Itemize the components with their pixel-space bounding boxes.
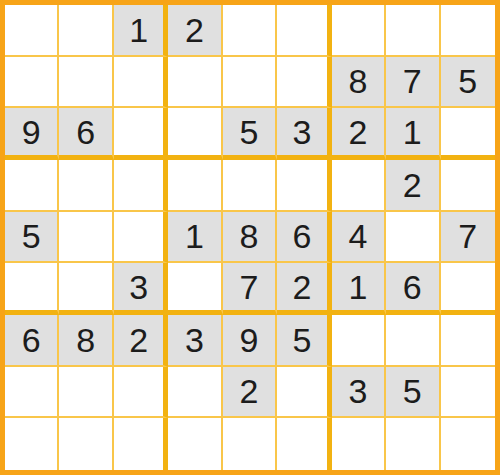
cell-r4c9[interactable] bbox=[441, 160, 495, 212]
cell-r9c2[interactable] bbox=[59, 418, 113, 470]
cell-r8c1[interactable] bbox=[5, 367, 59, 419]
cell-r2c8[interactable]: 7 bbox=[386, 57, 440, 109]
cell-r7c7[interactable] bbox=[332, 315, 386, 367]
cell-r3c6[interactable]: 3 bbox=[277, 108, 331, 160]
cell-r5c7[interactable]: 4 bbox=[332, 212, 386, 264]
cell-r1c5[interactable] bbox=[223, 5, 277, 57]
cell-r4c5[interactable] bbox=[223, 160, 277, 212]
cell-r6c9[interactable] bbox=[441, 263, 495, 315]
cell-r6c2[interactable] bbox=[59, 263, 113, 315]
cell-r4c1[interactable] bbox=[5, 160, 59, 212]
cell-r3c1[interactable]: 9 bbox=[5, 108, 59, 160]
cell-r8c6[interactable] bbox=[277, 367, 331, 419]
cell-r8c8[interactable]: 5 bbox=[386, 367, 440, 419]
cell-r5c9[interactable]: 7 bbox=[441, 212, 495, 264]
cell-r9c5[interactable] bbox=[223, 418, 277, 470]
cell-r2c9[interactable]: 5 bbox=[441, 57, 495, 109]
cell-r5c1[interactable]: 5 bbox=[5, 212, 59, 264]
cell-r9c6[interactable] bbox=[277, 418, 331, 470]
cell-r3c3[interactable] bbox=[114, 108, 168, 160]
cell-r9c8[interactable] bbox=[386, 418, 440, 470]
cell-r3c9[interactable] bbox=[441, 108, 495, 160]
cell-r3c7[interactable]: 2 bbox=[332, 108, 386, 160]
cell-r9c4[interactable] bbox=[168, 418, 222, 470]
cell-r1c9[interactable] bbox=[441, 5, 495, 57]
cell-r5c6[interactable]: 6 bbox=[277, 212, 331, 264]
cell-r7c9[interactable] bbox=[441, 315, 495, 367]
cell-r8c9[interactable] bbox=[441, 367, 495, 419]
cell-r2c3[interactable] bbox=[114, 57, 168, 109]
cell-r3c8[interactable]: 1 bbox=[386, 108, 440, 160]
cell-r7c5[interactable]: 9 bbox=[223, 315, 277, 367]
cell-r2c2[interactable] bbox=[59, 57, 113, 109]
cell-r1c3[interactable]: 1 bbox=[114, 5, 168, 57]
cell-r4c8[interactable]: 2 bbox=[386, 160, 440, 212]
cell-r4c6[interactable] bbox=[277, 160, 331, 212]
cell-r2c5[interactable] bbox=[223, 57, 277, 109]
cell-r2c4[interactable] bbox=[168, 57, 222, 109]
cell-r9c1[interactable] bbox=[5, 418, 59, 470]
cell-r8c4[interactable] bbox=[168, 367, 222, 419]
cell-r6c8[interactable]: 6 bbox=[386, 263, 440, 315]
cell-r5c5[interactable]: 8 bbox=[223, 212, 277, 264]
cell-r8c3[interactable] bbox=[114, 367, 168, 419]
sudoku-board: 12875965321251864737216682395235 bbox=[0, 0, 500, 475]
cell-r6c4[interactable] bbox=[168, 263, 222, 315]
cell-r3c5[interactable]: 5 bbox=[223, 108, 277, 160]
cell-r1c7[interactable] bbox=[332, 5, 386, 57]
cell-r7c1[interactable]: 6 bbox=[5, 315, 59, 367]
cell-r7c2[interactable]: 8 bbox=[59, 315, 113, 367]
cell-r1c4[interactable]: 2 bbox=[168, 5, 222, 57]
cell-r5c3[interactable] bbox=[114, 212, 168, 264]
cell-r5c2[interactable] bbox=[59, 212, 113, 264]
cell-r7c6[interactable]: 5 bbox=[277, 315, 331, 367]
cell-r1c6[interactable] bbox=[277, 5, 331, 57]
cell-r1c8[interactable] bbox=[386, 5, 440, 57]
cell-r1c2[interactable] bbox=[59, 5, 113, 57]
cell-r4c4[interactable] bbox=[168, 160, 222, 212]
cell-r5c4[interactable]: 1 bbox=[168, 212, 222, 264]
cell-r2c6[interactable] bbox=[277, 57, 331, 109]
cell-r1c1[interactable] bbox=[5, 5, 59, 57]
cell-r5c8[interactable] bbox=[386, 212, 440, 264]
cell-r8c7[interactable]: 3 bbox=[332, 367, 386, 419]
cell-r4c2[interactable] bbox=[59, 160, 113, 212]
cell-r9c7[interactable] bbox=[332, 418, 386, 470]
cell-r9c3[interactable] bbox=[114, 418, 168, 470]
cell-r7c4[interactable]: 3 bbox=[168, 315, 222, 367]
cell-r4c7[interactable] bbox=[332, 160, 386, 212]
cell-r6c1[interactable] bbox=[5, 263, 59, 315]
cell-r7c3[interactable]: 2 bbox=[114, 315, 168, 367]
cell-r6c3[interactable]: 3 bbox=[114, 263, 168, 315]
cell-r6c6[interactable]: 2 bbox=[277, 263, 331, 315]
cell-r2c1[interactable] bbox=[5, 57, 59, 109]
cell-r3c2[interactable]: 6 bbox=[59, 108, 113, 160]
cell-r4c3[interactable] bbox=[114, 160, 168, 212]
cell-r3c4[interactable] bbox=[168, 108, 222, 160]
cell-r7c8[interactable] bbox=[386, 315, 440, 367]
cell-r8c5[interactable]: 2 bbox=[223, 367, 277, 419]
cell-r2c7[interactable]: 8 bbox=[332, 57, 386, 109]
cell-r8c2[interactable] bbox=[59, 367, 113, 419]
cell-r9c9[interactable] bbox=[441, 418, 495, 470]
cell-r6c5[interactable]: 7 bbox=[223, 263, 277, 315]
cell-r6c7[interactable]: 1 bbox=[332, 263, 386, 315]
